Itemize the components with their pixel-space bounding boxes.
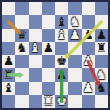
square-d8[interactable] [42, 2, 55, 15]
piece-white-bishop[interactable]: ♝ [29, 42, 42, 55]
piece-black-pawn[interactable]: ♟ [55, 68, 68, 81]
piece-white-king[interactable]: ♚ [55, 95, 68, 108]
square-e1[interactable]: ♚ [55, 95, 68, 108]
square-h5[interactable]: ♜ [95, 42, 108, 55]
chess-board-frame: ♝♞♛♝♟♟♟♞♝♟♜♟♚♟♜♟♞♝♟♞♜♚ [0, 0, 110, 110]
square-f2[interactable] [68, 82, 81, 95]
square-h2[interactable]: ♞ [95, 82, 108, 95]
square-d4[interactable] [42, 55, 55, 68]
piece-black-knight[interactable]: ♞ [95, 82, 108, 95]
square-d1[interactable]: ♜ [42, 95, 55, 108]
square-a6[interactable] [2, 29, 15, 42]
square-a7[interactable] [2, 15, 15, 28]
square-b5[interactable]: ♞ [15, 42, 28, 55]
piece-black-rook[interactable]: ♜ [95, 42, 108, 55]
piece-white-rook[interactable]: ♜ [42, 95, 55, 108]
square-c7[interactable] [29, 15, 42, 28]
square-d3[interactable] [42, 68, 55, 81]
square-e3[interactable]: ♟ [55, 68, 68, 81]
piece-black-knight[interactable]: ♞ [15, 42, 28, 55]
piece-black-pawn[interactable]: ♟ [42, 42, 55, 55]
square-h1[interactable] [95, 95, 108, 108]
square-g8[interactable] [82, 2, 95, 15]
square-f5[interactable] [68, 42, 81, 55]
piece-black-bishop[interactable]: ♝ [2, 82, 15, 95]
square-f4[interactable] [68, 55, 81, 68]
piece-black-pawn[interactable]: ♟ [82, 29, 95, 42]
piece-white-pawn[interactable]: ♟ [68, 29, 81, 42]
square-b3[interactable] [15, 68, 28, 81]
square-c8[interactable] [29, 2, 42, 15]
square-b1[interactable] [15, 95, 28, 108]
square-c2[interactable] [29, 82, 42, 95]
square-e6[interactable]: ♝ [55, 29, 68, 42]
square-a2[interactable]: ♝ [2, 82, 15, 95]
square-c3[interactable] [29, 68, 42, 81]
square-a8[interactable] [2, 2, 15, 15]
square-c5[interactable]: ♝ [29, 42, 42, 55]
square-a1[interactable] [2, 95, 15, 108]
piece-white-bishop[interactable]: ♝ [55, 29, 68, 42]
square-f3[interactable] [68, 68, 81, 81]
square-c1[interactable] [29, 95, 42, 108]
square-g4[interactable]: ♟ [82, 55, 95, 68]
square-g6[interactable]: ♟ [82, 29, 95, 42]
square-b4[interactable] [15, 55, 28, 68]
square-h8[interactable] [95, 2, 108, 15]
square-b2[interactable] [15, 82, 28, 95]
square-d7[interactable] [42, 15, 55, 28]
square-g2[interactable]: ♟ [82, 82, 95, 95]
square-b8[interactable] [15, 2, 28, 15]
piece-white-pawn[interactable]: ♟ [82, 82, 95, 95]
piece-white-pawn[interactable]: ♟ [82, 55, 95, 68]
square-g1[interactable] [82, 95, 95, 108]
square-f6[interactable]: ♟ [68, 29, 81, 42]
square-d5[interactable]: ♟ [42, 42, 55, 55]
square-f1[interactable] [68, 95, 81, 108]
square-c4[interactable] [29, 55, 42, 68]
chess-board[interactable]: ♝♞♛♝♟♟♟♞♝♟♜♟♚♟♜♟♞♝♟♞♜♚ [2, 2, 108, 108]
